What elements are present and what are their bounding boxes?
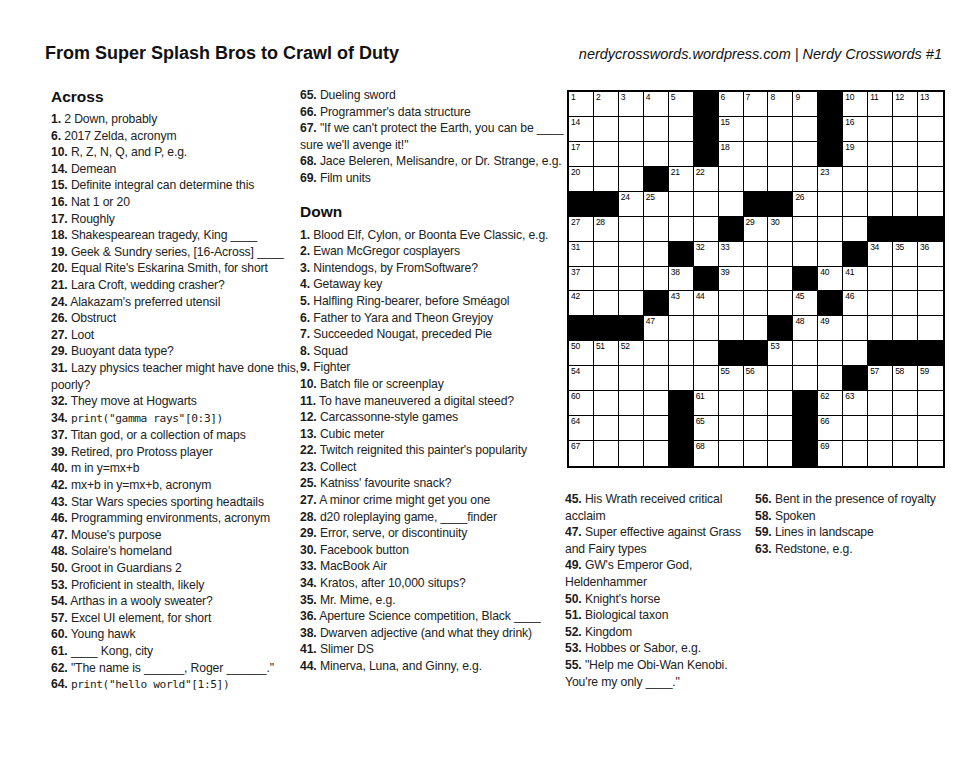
grid-cell[interactable] (893, 267, 918, 292)
grid-cell[interactable]: 8 (768, 92, 793, 117)
grid-cell[interactable]: 62 (818, 391, 843, 416)
grid-cell[interactable] (694, 316, 719, 341)
grid-cell[interactable]: 68 (694, 441, 719, 466)
grid-cell[interactable]: 28 (594, 217, 619, 242)
grid-cell[interactable]: 22 (694, 167, 719, 192)
grid-cell[interactable] (669, 366, 694, 391)
grid-cell[interactable]: 59 (918, 366, 943, 391)
grid-cell[interactable] (619, 242, 644, 267)
clue-text: Alakazam's preferred utensil (70, 295, 220, 309)
grid-cell[interactable] (818, 366, 843, 391)
grid-cell[interactable] (918, 441, 943, 466)
grid-cell[interactable] (669, 142, 694, 167)
middle-clues-column: 65. Dueling sword66. Programmer's data s… (300, 87, 564, 675)
clue-number: 20. (51, 261, 68, 275)
grid-cell[interactable]: 2 (594, 92, 619, 117)
clue-across-66: 66. Programmer's data structure (300, 104, 564, 121)
grid-cell[interactable] (768, 142, 793, 167)
clue-across-62: 62. "The name is ______, Roger ______." (51, 660, 301, 677)
cell-number: 20 (571, 168, 580, 177)
grid-cell[interactable] (744, 167, 769, 192)
clue-number: 9. (300, 360, 310, 374)
grid-cell[interactable] (619, 217, 644, 242)
grid-cell[interactable] (594, 267, 619, 292)
grid-cell[interactable]: 23 (818, 167, 843, 192)
clue-down-50: 50. Knight's horse (565, 591, 755, 608)
grid-cell[interactable] (843, 441, 868, 466)
clue-text: Star Wars species sporting headtails (71, 495, 264, 509)
grid-cell[interactable] (594, 391, 619, 416)
clue-number: 39. (51, 445, 68, 459)
grid-cell[interactable]: 61 (694, 391, 719, 416)
clue-text: "If we can't protect the Earth, you can … (300, 121, 563, 152)
clue-down-36: 36. Aperture Science competition, Black … (300, 608, 564, 625)
grid-cell[interactable] (918, 291, 943, 316)
grid-cell[interactable] (893, 391, 918, 416)
grid-cell[interactable] (918, 142, 943, 167)
clue-number: 7. (300, 327, 310, 341)
clue-across-65: 65. Dueling sword (300, 87, 564, 104)
grid-cell[interactable] (893, 167, 918, 192)
clue-across-46: 46. Programming environments, acronym (51, 510, 301, 527)
cell-number: 46 (845, 292, 854, 301)
grid-cell[interactable] (644, 341, 669, 366)
grid-cell[interactable]: 11 (868, 92, 893, 117)
grid-cell[interactable] (843, 167, 868, 192)
grid-cell[interactable] (594, 117, 619, 142)
grid-cell[interactable]: 10 (843, 92, 868, 117)
grid-cell[interactable]: 38 (669, 267, 694, 292)
grid-cell[interactable] (744, 416, 769, 441)
grid-cell[interactable]: 9 (793, 92, 818, 117)
grid-cell[interactable]: 40 (818, 267, 843, 292)
grid-cell[interactable] (644, 416, 669, 441)
grid-cell[interactable]: 44 (694, 291, 719, 316)
clue-number: 18. (51, 228, 68, 242)
clue-number: 67. (300, 121, 317, 135)
grid-cell[interactable]: 16 (843, 117, 868, 142)
grid-cell[interactable] (793, 117, 818, 142)
grid-cell[interactable] (719, 316, 744, 341)
grid-cell[interactable] (619, 167, 644, 192)
clue-across-27: 27. Loot (51, 327, 301, 344)
cell-number: 5 (671, 93, 675, 102)
clue-down-52: 52. Kingdom (565, 624, 755, 641)
grid-cell[interactable] (619, 291, 644, 316)
grid-cell[interactable] (619, 117, 644, 142)
grid-cell[interactable] (619, 142, 644, 167)
grid-cell[interactable]: 25 (644, 192, 669, 217)
clue-number: 29. (300, 526, 317, 540)
clue-text: Dueling sword (320, 88, 396, 102)
clue-number: 54. (51, 594, 68, 608)
grid-cell[interactable] (868, 167, 893, 192)
cell-number: 9 (795, 93, 799, 102)
grid-cell[interactable] (644, 267, 669, 292)
clue-text: Film units (320, 171, 371, 185)
grid-cell-black (719, 217, 744, 242)
clue-number: 23. (300, 460, 317, 474)
clue-text: Equal Rite's Eskarina Smith, for short (71, 261, 268, 275)
clue-text: Kingdom (585, 625, 632, 639)
grid-cell[interactable]: 31 (569, 242, 594, 267)
grid-cell[interactable]: 7 (744, 92, 769, 117)
clue-down-23: 23. Collect (300, 459, 564, 476)
grid-cell[interactable] (644, 391, 669, 416)
grid-cell[interactable] (694, 366, 719, 391)
grid-cell[interactable] (719, 167, 744, 192)
grid-cell[interactable]: 6 (719, 92, 744, 117)
grid-cell[interactable]: 47 (644, 316, 669, 341)
grid-cell[interactable]: 43 (669, 291, 694, 316)
cell-number: 25 (646, 193, 655, 202)
cell-number: 31 (571, 243, 580, 252)
grid-cell[interactable]: 35 (893, 242, 918, 267)
grid-cell[interactable] (768, 117, 793, 142)
grid-cell[interactable] (594, 291, 619, 316)
grid-cell[interactable]: 24 (619, 192, 644, 217)
grid-cell[interactable] (868, 267, 893, 292)
grid-cell[interactable]: 36 (918, 242, 943, 267)
grid-cell[interactable] (868, 441, 893, 466)
grid-cell[interactable] (843, 217, 868, 242)
grid-cell[interactable]: 52 (619, 341, 644, 366)
grid-cell[interactable] (644, 142, 669, 167)
grid-cell[interactable]: 48 (793, 316, 818, 341)
clue-text: Spoken (775, 509, 816, 523)
grid-cell[interactable] (644, 217, 669, 242)
grid-cell[interactable] (768, 441, 793, 466)
grid-cell[interactable]: 57 (868, 366, 893, 391)
grid-cell[interactable] (744, 291, 769, 316)
clue-number: 12. (300, 410, 317, 424)
grid-cell[interactable]: 37 (569, 267, 594, 292)
grid-cell[interactable]: 64 (569, 416, 594, 441)
grid-cell[interactable] (868, 291, 893, 316)
grid-cell[interactable]: 21 (669, 167, 694, 192)
grid-cell[interactable] (768, 416, 793, 441)
grid-cell[interactable]: 66 (818, 416, 843, 441)
grid-cell-black (793, 416, 818, 441)
grid-cell[interactable] (918, 117, 943, 142)
cell-number: 48 (795, 317, 804, 326)
grid-cell[interactable] (744, 117, 769, 142)
grid-cell[interactable] (768, 291, 793, 316)
clue-down-49: 49. GW's Emperor God, Heldenhammer (565, 557, 755, 590)
clue-down-35: 35. Mr. Mime, e.g. (300, 592, 564, 609)
clue-text: Titan god, or a collection of maps (71, 428, 246, 442)
cell-number: 27 (571, 218, 580, 227)
grid-cell[interactable] (768, 267, 793, 292)
grid-cell[interactable] (594, 142, 619, 167)
grid-cell[interactable] (893, 117, 918, 142)
grid-cell[interactable]: 26 (793, 192, 818, 217)
grid-cell[interactable]: 3 (619, 92, 644, 117)
grid-cell[interactable]: 19 (843, 142, 868, 167)
grid-cell[interactable] (893, 441, 918, 466)
grid-cell-black (594, 192, 619, 217)
grid-cell-black (669, 416, 694, 441)
clue-text: Batch file or screenplay (320, 377, 444, 391)
grid-cell[interactable] (918, 416, 943, 441)
grid-cell[interactable] (744, 142, 769, 167)
clue-text: GW's Emperor God, Heldenhammer (565, 558, 692, 589)
grid-cell[interactable] (843, 341, 868, 366)
clue-text: Collect (320, 460, 356, 474)
grid-cell[interactable] (644, 242, 669, 267)
clue-across-47: 47. Mouse's purpose (51, 527, 301, 544)
grid-cell-black (793, 391, 818, 416)
grid-cell[interactable] (594, 416, 619, 441)
clue-number: 53. (565, 641, 582, 655)
clue-number: 55. (565, 658, 582, 672)
grid-cell[interactable]: 49 (818, 316, 843, 341)
grid-cell[interactable] (594, 441, 619, 466)
grid-cell[interactable]: 56 (744, 366, 769, 391)
grid-cell[interactable] (793, 341, 818, 366)
clue-text: His Wrath received critical acclaim (565, 492, 722, 523)
cell-number: 32 (696, 243, 705, 252)
grid-cell[interactable] (619, 267, 644, 292)
grid-cell[interactable]: 15 (719, 117, 744, 142)
grid-cell[interactable]: 58 (893, 366, 918, 391)
grid-cell[interactable] (818, 192, 843, 217)
grid-cell[interactable]: 63 (843, 391, 868, 416)
clue-across-16: 16. Nat 1 or 20 (51, 194, 301, 211)
cell-number: 22 (696, 168, 705, 177)
grid-cell[interactable]: 29 (744, 217, 769, 242)
grid-cell[interactable] (719, 291, 744, 316)
grid-cell[interactable] (744, 316, 769, 341)
cell-number: 40 (820, 268, 829, 277)
grid-cell[interactable]: 39 (719, 267, 744, 292)
clue-across-29: 29. Buoyant data type? (51, 343, 301, 360)
grid-cell[interactable]: 60 (569, 391, 594, 416)
clue-number: 34. (51, 411, 68, 425)
grid-cell[interactable] (669, 192, 694, 217)
grid-cell[interactable]: 54 (569, 366, 594, 391)
grid-cell[interactable]: 18 (719, 142, 744, 167)
clue-text: MacBook Air (320, 559, 387, 573)
grid-cell[interactable]: 67 (569, 441, 594, 466)
grid-cell[interactable] (868, 416, 893, 441)
grid-cell[interactable] (793, 366, 818, 391)
cell-number: 65 (696, 417, 705, 426)
clue-across-26: 26. Obstruct (51, 310, 301, 327)
grid-cell[interactable]: 12 (893, 92, 918, 117)
grid-cell[interactable] (594, 366, 619, 391)
cell-number: 10 (845, 93, 854, 102)
grid-cell[interactable]: 53 (768, 341, 793, 366)
clue-text: Retired, pro Protoss player (71, 445, 213, 459)
grid-cell[interactable]: 20 (569, 167, 594, 192)
clue-down-63: 63. Redstone, e.g. (755, 541, 967, 558)
grid-cell-black (868, 341, 893, 366)
grid-cell[interactable] (843, 416, 868, 441)
cell-number: 42 (571, 292, 580, 301)
grid-cell[interactable] (694, 192, 719, 217)
clue-number: 66. (300, 105, 317, 119)
clue-text: Ewan McGregor cosplayers (313, 244, 460, 258)
grid-cell[interactable] (918, 316, 943, 341)
grid-cell[interactable] (744, 391, 769, 416)
grid-cell[interactable] (868, 192, 893, 217)
grid-cell[interactable] (619, 391, 644, 416)
grid-cell[interactable] (918, 391, 943, 416)
grid-cell[interactable]: 46 (843, 291, 868, 316)
grid-cell[interactable] (669, 217, 694, 242)
grid-cell[interactable]: 41 (843, 267, 868, 292)
clue-text: Knight's horse (585, 592, 660, 606)
clue-number: 22. (300, 443, 317, 457)
clue-number: 68. (300, 154, 317, 168)
clue-number: 43. (51, 495, 68, 509)
grid-cell[interactable] (918, 267, 943, 292)
cell-number: 63 (845, 392, 854, 401)
grid-cell[interactable] (744, 267, 769, 292)
grid-cell[interactable] (619, 416, 644, 441)
grid-cell[interactable] (893, 416, 918, 441)
grid-cell[interactable]: 27 (569, 217, 594, 242)
grid-cell[interactable]: 5 (669, 92, 694, 117)
grid-cell[interactable] (893, 192, 918, 217)
clue-across-6: 6. 2017 Zelda, acronym (51, 128, 301, 145)
grid-cell[interactable]: 13 (918, 92, 943, 117)
grid-cell[interactable]: 4 (644, 92, 669, 117)
grid-cell[interactable]: 33 (719, 242, 744, 267)
grid-cell[interactable] (818, 341, 843, 366)
cell-number: 15 (721, 118, 730, 127)
grid-cell[interactable] (694, 341, 719, 366)
grid-cell[interactable]: 50 (569, 341, 594, 366)
grid-cell[interactable] (644, 117, 669, 142)
grid-cell[interactable] (793, 217, 818, 242)
grid-cell[interactable] (818, 217, 843, 242)
clue-text: Lara Croft, wedding crasher? (71, 278, 225, 292)
grid-cell[interactable]: 55 (719, 366, 744, 391)
grid-cell[interactable] (868, 316, 893, 341)
cell-number: 54 (571, 367, 580, 376)
cell-number: 8 (770, 93, 774, 102)
grid-cell[interactable]: 42 (569, 291, 594, 316)
clue-across-54: 54. Arthas in a wooly sweater? (51, 593, 301, 610)
grid-cell[interactable] (594, 242, 619, 267)
grid-cell[interactable] (793, 167, 818, 192)
clue-text: Slimer DS (320, 642, 374, 656)
grid-cell[interactable] (893, 291, 918, 316)
grid-cell[interactable] (893, 142, 918, 167)
clue-down-4: 4. Getaway key (300, 276, 564, 293)
grid-cell[interactable] (768, 167, 793, 192)
grid-cell[interactable] (719, 416, 744, 441)
cell-number: 49 (820, 317, 829, 326)
grid-cell[interactable]: 30 (768, 217, 793, 242)
grid-cell[interactable] (644, 441, 669, 466)
grid-cell-black (569, 192, 594, 217)
clue-down-38: 38. Dwarven adjective (and what they dri… (300, 625, 564, 642)
grid-cell[interactable] (843, 316, 868, 341)
crossword-grid: 1234567891011121314151617181920212223242… (567, 90, 945, 468)
grid-cell-black (719, 341, 744, 366)
grid-cell[interactable] (619, 441, 644, 466)
grid-cell[interactable] (719, 441, 744, 466)
clue-number: 52. (565, 625, 582, 639)
grid-cell[interactable]: 14 (569, 117, 594, 142)
cell-number: 19 (845, 143, 854, 152)
grid-cell[interactable] (669, 117, 694, 142)
grid-cell[interactable] (744, 441, 769, 466)
grid-cell[interactable] (918, 192, 943, 217)
clue-across-18: 18. Shakespearean tragedy, King ____ (51, 227, 301, 244)
clue-down-3: 3. Nintendogs, by FromSoftware? (300, 260, 564, 277)
page-title: From Super Splash Bros to Crawl of Duty (45, 43, 399, 64)
clue-number: 50. (51, 561, 68, 575)
cell-number: 69 (820, 442, 829, 451)
grid-cell[interactable]: 65 (694, 416, 719, 441)
grid-cell[interactable] (868, 391, 893, 416)
grid-cell[interactable] (768, 366, 793, 391)
grid-cell[interactable] (768, 391, 793, 416)
grid-cell[interactable] (868, 142, 893, 167)
grid-cell[interactable] (669, 316, 694, 341)
cell-number: 64 (571, 417, 580, 426)
grid-cell[interactable] (868, 117, 893, 142)
clue-text: Solaire's homeland (71, 544, 172, 558)
clue-text: Error, serve, or discontinuity (320, 526, 467, 540)
clue-text: Kratos, after 10,000 situps? (320, 576, 466, 590)
cell-number: 18 (721, 143, 730, 152)
grid-cell-black (818, 117, 843, 142)
grid-cell[interactable] (793, 142, 818, 167)
clue-across-10: 10. R, Z, N, Q, and P, e.g. (51, 144, 301, 161)
grid-cell[interactable] (619, 366, 644, 391)
grid-cell[interactable] (744, 242, 769, 267)
cell-number: 67 (571, 442, 580, 451)
clue-text: They move at Hogwarts (71, 394, 197, 408)
grid-cell[interactable]: 51 (594, 341, 619, 366)
grid-cell[interactable] (793, 242, 818, 267)
grid-cell[interactable] (818, 242, 843, 267)
grid-cell[interactable] (594, 167, 619, 192)
cell-number: 12 (895, 93, 904, 102)
grid-cell[interactable] (719, 192, 744, 217)
grid-cell[interactable]: 69 (818, 441, 843, 466)
grid-cell-black (893, 217, 918, 242)
clue-across-24: 24. Alakazam's preferred utensil (51, 294, 301, 311)
grid-cell[interactable] (918, 167, 943, 192)
grid-cell[interactable]: 34 (868, 242, 893, 267)
clue-number: 58. (755, 509, 772, 523)
grid-cell[interactable]: 17 (569, 142, 594, 167)
grid-cell[interactable]: 32 (694, 242, 719, 267)
grid-cell[interactable]: 1 (569, 92, 594, 117)
clue-number: 37. (51, 428, 68, 442)
grid-cell[interactable] (694, 217, 719, 242)
grid-cell[interactable] (719, 391, 744, 416)
grid-cell[interactable] (768, 242, 793, 267)
grid-cell[interactable] (669, 341, 694, 366)
clue-text: Blood Elf, Cylon, or Boonta Eve Classic,… (313, 228, 548, 242)
grid-cell[interactable]: 45 (793, 291, 818, 316)
clue-text: Arthas in a wooly sweater? (70, 594, 213, 608)
clue-number: 19. (51, 245, 68, 259)
grid-cell[interactable] (843, 192, 868, 217)
grid-cell-black (818, 142, 843, 167)
cell-number: 13 (920, 93, 929, 102)
grid-cell[interactable] (644, 366, 669, 391)
grid-cell[interactable] (893, 316, 918, 341)
grid-cell-black (793, 267, 818, 292)
